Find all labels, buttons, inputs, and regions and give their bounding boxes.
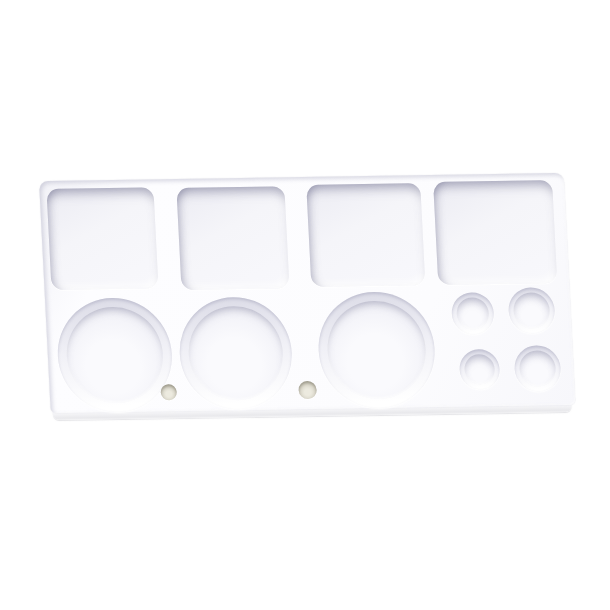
- round-well-small-4: [513, 345, 561, 392]
- round-well-large-2: [177, 296, 295, 410]
- round-well-small-2-floor: [513, 292, 551, 329]
- product-photo-canvas: [0, 0, 610, 610]
- round-well-small-1: [451, 292, 495, 335]
- tray-surface: [39, 173, 575, 413]
- round-well-large-2-floor: [186, 305, 285, 400]
- round-well-small-4-floor: [519, 350, 557, 387]
- round-well-large-1: [55, 297, 175, 413]
- hanging-hole-2: [298, 381, 317, 399]
- round-well-large-1-floor: [64, 306, 165, 403]
- paint-palette-tray: [39, 173, 576, 424]
- round-well-small-3-floor: [464, 354, 495, 384]
- round-well-small-1-floor: [456, 297, 490, 329]
- hanging-hole-1: [160, 384, 177, 400]
- square-well-2: [176, 186, 289, 290]
- round-well-large-3-floor: [325, 300, 428, 400]
- square-well-4: [433, 180, 557, 285]
- round-well-small-2: [507, 287, 555, 334]
- round-well-large-3: [316, 291, 438, 409]
- round-well-small-3: [459, 349, 501, 390]
- square-well-3: [306, 183, 425, 287]
- square-well-1: [46, 187, 158, 290]
- wells-layer: [39, 173, 564, 181]
